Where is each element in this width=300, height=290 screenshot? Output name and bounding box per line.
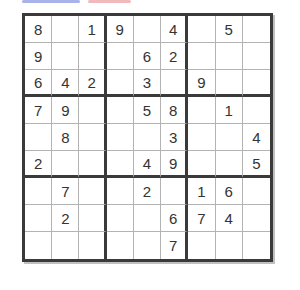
cell-r8c8[interactable]: 4 (216, 205, 243, 232)
cell-r2c3[interactable] (79, 43, 106, 70)
cell-r7c7[interactable]: 1 (188, 178, 215, 205)
cell-r8c2[interactable]: 2 (52, 205, 79, 232)
sudoku-board: 8194596264239795818342495721626747 (22, 13, 273, 262)
cell-r6c8[interactable] (216, 151, 243, 178)
cell-r6c6[interactable]: 9 (161, 151, 188, 178)
cell-r5c1[interactable] (25, 124, 52, 151)
cell-r2c5[interactable]: 6 (134, 43, 161, 70)
cell-r7c6[interactable] (161, 178, 188, 205)
cell-r3c6[interactable] (161, 70, 188, 97)
cell-r1c9[interactable] (243, 16, 270, 43)
cell-r3c3[interactable]: 2 (79, 70, 106, 97)
cell-r4c1[interactable]: 7 (25, 97, 52, 124)
cell-r6c7[interactable] (188, 151, 215, 178)
cell-r9c5[interactable] (134, 232, 161, 259)
cell-r8c9[interactable] (243, 205, 270, 232)
link-underline-red[interactable] (88, 0, 131, 3)
cell-r5c7[interactable] (188, 124, 215, 151)
cell-r6c9[interactable]: 5 (243, 151, 270, 178)
cell-r1c4[interactable]: 9 (107, 16, 134, 43)
cell-r9c9[interactable] (243, 232, 270, 259)
cell-r6c3[interactable] (79, 151, 106, 178)
cell-r5c8[interactable] (216, 124, 243, 151)
cell-r2c6[interactable]: 2 (161, 43, 188, 70)
cell-r6c5[interactable]: 4 (134, 151, 161, 178)
cell-r5c4[interactable] (107, 124, 134, 151)
sudoku-page: 8194596264239795818342495721626747 (0, 0, 300, 290)
cell-r8c6[interactable]: 6 (161, 205, 188, 232)
cell-r5c6[interactable]: 3 (161, 124, 188, 151)
cell-r4c8[interactable]: 1 (216, 97, 243, 124)
cell-r9c3[interactable] (79, 232, 106, 259)
cell-r3c7[interactable]: 9 (188, 70, 215, 97)
cell-r2c9[interactable] (243, 43, 270, 70)
cell-r7c9[interactable] (243, 178, 270, 205)
cell-r7c8[interactable]: 6 (216, 178, 243, 205)
cell-r3c1[interactable]: 6 (25, 70, 52, 97)
cell-r4c4[interactable] (107, 97, 134, 124)
cell-r1c3[interactable]: 1 (79, 16, 106, 43)
cell-r9c6[interactable]: 7 (161, 232, 188, 259)
cell-r1c8[interactable]: 5 (216, 16, 243, 43)
cell-r5c3[interactable] (79, 124, 106, 151)
cell-r4c2[interactable]: 9 (52, 97, 79, 124)
cell-r6c4[interactable] (107, 151, 134, 178)
cell-r8c4[interactable] (107, 205, 134, 232)
cell-r6c1[interactable]: 2 (25, 151, 52, 178)
cell-r7c4[interactable] (107, 178, 134, 205)
cell-r9c2[interactable] (52, 232, 79, 259)
cell-r1c2[interactable] (52, 16, 79, 43)
cell-r7c1[interactable] (25, 178, 52, 205)
cell-r8c7[interactable]: 7 (188, 205, 215, 232)
cell-r2c7[interactable] (188, 43, 215, 70)
cell-r5c5[interactable] (134, 124, 161, 151)
cell-r2c8[interactable] (216, 43, 243, 70)
cell-r8c5[interactable] (134, 205, 161, 232)
cell-r7c5[interactable]: 2 (134, 178, 161, 205)
cell-r1c6[interactable]: 4 (161, 16, 188, 43)
cell-r1c5[interactable] (134, 16, 161, 43)
cell-r9c7[interactable] (188, 232, 215, 259)
cell-r3c8[interactable] (216, 70, 243, 97)
cell-r2c2[interactable] (52, 43, 79, 70)
cell-r9c1[interactable] (25, 232, 52, 259)
cell-r8c3[interactable] (79, 205, 106, 232)
cell-r4c7[interactable] (188, 97, 215, 124)
cell-r6c2[interactable] (52, 151, 79, 178)
cell-r9c8[interactable] (216, 232, 243, 259)
cell-r9c4[interactable] (107, 232, 134, 259)
cell-r5c9[interactable]: 4 (243, 124, 270, 151)
link-underline-blue[interactable] (22, 0, 80, 3)
cell-r4c6[interactable]: 8 (161, 97, 188, 124)
cell-r3c9[interactable] (243, 70, 270, 97)
cell-r7c2[interactable]: 7 (52, 178, 79, 205)
cell-r1c1[interactable]: 8 (25, 16, 52, 43)
cell-r3c2[interactable]: 4 (52, 70, 79, 97)
cell-r4c5[interactable]: 5 (134, 97, 161, 124)
cell-r7c3[interactable] (79, 178, 106, 205)
cell-r4c3[interactable] (79, 97, 106, 124)
cell-r3c4[interactable] (107, 70, 134, 97)
cell-r2c4[interactable] (107, 43, 134, 70)
cell-r3c5[interactable]: 3 (134, 70, 161, 97)
cell-r2c1[interactable]: 9 (25, 43, 52, 70)
cell-r4c9[interactable] (243, 97, 270, 124)
cell-r8c1[interactable] (25, 205, 52, 232)
cell-r1c7[interactable] (188, 16, 215, 43)
cell-r5c2[interactable]: 8 (52, 124, 79, 151)
